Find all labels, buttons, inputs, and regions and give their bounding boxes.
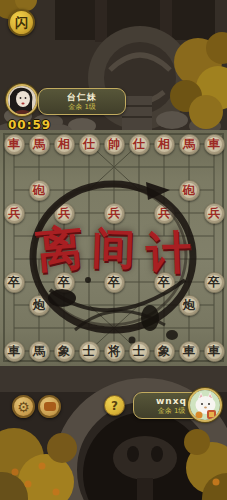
- piece-red-車[interactable]: 車: [204, 134, 225, 155]
- piece-black-士[interactable]: 士: [79, 341, 100, 362]
- question-mark-icon: ?: [111, 399, 118, 413]
- piece-red-兵[interactable]: 兵: [54, 203, 75, 224]
- piece-red-帥[interactable]: 帥: [104, 134, 125, 155]
- bottom-scenery: [0, 366, 227, 500]
- chat-button[interactable]: [38, 395, 61, 418]
- piece-black-車[interactable]: 車: [4, 341, 25, 362]
- piece-black-卒[interactable]: 卒: [4, 272, 25, 293]
- opponent-level: 金余 1级: [68, 103, 96, 111]
- piece-red-兵[interactable]: 兵: [104, 203, 125, 224]
- exit-button[interactable]: 闪: [8, 9, 35, 36]
- piece-red-仕[interactable]: 仕: [79, 134, 100, 155]
- piece-red-砲[interactable]: 砲: [29, 180, 50, 201]
- player-level: 金余 1级: [158, 407, 186, 415]
- exit-icon: 闪: [15, 14, 28, 32]
- piece-red-馬[interactable]: 馬: [179, 134, 200, 155]
- piece-black-象[interactable]: 象: [154, 341, 175, 362]
- opponent-plate: 台仁妹 金余 1级: [38, 88, 126, 115]
- speech-bubble-icon: [44, 402, 56, 411]
- piece-red-砲[interactable]: 砲: [179, 180, 200, 201]
- help-button[interactable]: ?: [104, 395, 125, 416]
- piece-black-卒[interactable]: 卒: [54, 272, 75, 293]
- piece-black-将[interactable]: 将: [104, 341, 125, 362]
- piece-black-卒[interactable]: 卒: [204, 272, 225, 293]
- piece-black-車[interactable]: 車: [204, 341, 225, 362]
- gear-icon: ⚙: [17, 399, 30, 415]
- pieces-layer: 車馬相仕帥仕相馬車砲砲兵兵兵兵兵卒卒卒卒卒炮炮車馬象士将士象車車: [2, 133, 227, 363]
- xiangqi-board[interactable]: 車馬相仕帥仕相馬車砲砲兵兵兵兵兵卒卒卒卒卒炮炮車馬象士将士象車車: [0, 130, 227, 366]
- player-name: wnxq: [156, 396, 187, 406]
- piece-red-相[interactable]: 相: [154, 134, 175, 155]
- piece-black-車[interactable]: 車: [179, 341, 200, 362]
- piece-red-車[interactable]: 車: [4, 134, 25, 155]
- player-avatar-image: [190, 390, 220, 420]
- player-avatar[interactable]: [188, 388, 222, 422]
- opponent-avatar-image: [8, 86, 36, 114]
- piece-red-馬[interactable]: 馬: [29, 134, 50, 155]
- game-screen: 車馬相仕帥仕相馬車砲砲兵兵兵兵兵卒卒卒卒卒炮炮車馬象士将士象車車 离 间 计 闪: [0, 0, 227, 500]
- move-timer: 00:59: [8, 118, 51, 132]
- piece-red-兵[interactable]: 兵: [4, 203, 25, 224]
- piece-black-士[interactable]: 士: [129, 341, 150, 362]
- piece-black-馬[interactable]: 馬: [29, 341, 50, 362]
- opponent-name: 台仁妹: [67, 92, 97, 102]
- piece-red-兵[interactable]: 兵: [154, 203, 175, 224]
- piece-black-炮[interactable]: 炮: [179, 295, 200, 316]
- settings-button[interactable]: ⚙: [12, 395, 35, 418]
- piece-black-象[interactable]: 象: [54, 341, 75, 362]
- piece-black-炮[interactable]: 炮: [29, 295, 50, 316]
- piece-red-相[interactable]: 相: [54, 134, 75, 155]
- piece-black-卒[interactable]: 卒: [104, 272, 125, 293]
- piece-black-卒[interactable]: 卒: [154, 272, 175, 293]
- opponent-avatar[interactable]: [6, 84, 38, 116]
- piece-red-仕[interactable]: 仕: [129, 134, 150, 155]
- piece-red-兵[interactable]: 兵: [204, 203, 225, 224]
